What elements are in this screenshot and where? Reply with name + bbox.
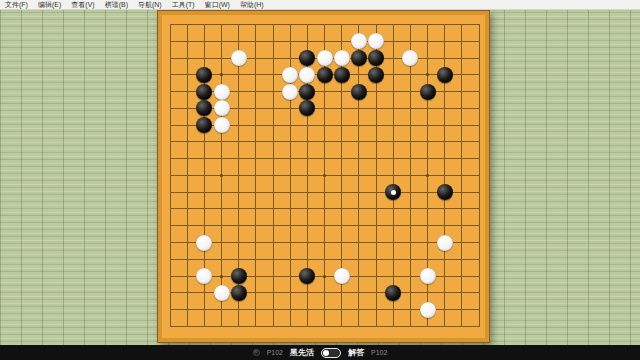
white-stone xyxy=(368,33,384,49)
grid-line xyxy=(358,24,359,327)
white-stone xyxy=(214,285,230,301)
white-stone xyxy=(420,268,436,284)
bottom-bar: P102 黑先活 解答 P102 xyxy=(0,345,640,360)
black-stone xyxy=(299,100,315,116)
black-stone xyxy=(196,117,212,133)
white-stone xyxy=(437,235,453,251)
black-stone xyxy=(299,268,315,284)
black-stone xyxy=(385,285,401,301)
grid-line xyxy=(170,242,480,243)
star-point xyxy=(426,73,429,76)
grid-line xyxy=(170,192,480,193)
white-stone xyxy=(334,50,350,66)
grid-line xyxy=(461,24,462,327)
menu-item-4[interactable]: 导航(N) xyxy=(133,0,167,9)
menu-item-6[interactable]: 窗口(W) xyxy=(200,0,235,9)
white-stone xyxy=(214,100,230,116)
white-stone xyxy=(402,50,418,66)
star-point xyxy=(426,174,429,177)
last-move-marker xyxy=(391,190,396,195)
star-point xyxy=(323,174,326,177)
white-stone xyxy=(420,302,436,318)
star-point xyxy=(323,275,326,278)
black-stone xyxy=(196,100,212,116)
black-stone xyxy=(351,84,367,100)
grid-line xyxy=(170,225,480,226)
black-stone xyxy=(196,84,212,100)
black-stone xyxy=(196,67,212,83)
grid-line xyxy=(170,208,480,209)
star-point xyxy=(220,275,223,278)
menu-item-7[interactable]: 帮助(H) xyxy=(235,0,269,9)
star-point xyxy=(220,73,223,76)
white-stone xyxy=(231,50,247,66)
white-stone xyxy=(214,84,230,100)
menu-item-3[interactable]: 棋谱(B) xyxy=(100,0,133,9)
black-stone xyxy=(368,67,384,83)
left-code: P102 xyxy=(267,349,283,356)
white-stone xyxy=(214,117,230,133)
white-stone xyxy=(299,67,315,83)
menu-item-5[interactable]: 工具(T) xyxy=(167,0,200,9)
black-stone xyxy=(231,268,247,284)
black-stone xyxy=(299,84,315,100)
grid-line xyxy=(410,24,411,327)
black-stone-icon xyxy=(253,349,260,356)
black-stone xyxy=(385,184,401,200)
white-stone xyxy=(196,235,212,251)
right-code: P102 xyxy=(371,349,387,356)
menu-item-0[interactable]: 文件(F) xyxy=(0,0,33,9)
menu-bar: 文件(F)编辑(E)查看(V)棋谱(B)导航(N)工具(T)窗口(W)帮助(H) xyxy=(0,0,640,10)
grid-line xyxy=(170,259,480,260)
problem-label: 黑先活 xyxy=(290,347,314,358)
toggle-switch[interactable] xyxy=(321,348,341,358)
grid-line xyxy=(393,24,394,327)
white-stone xyxy=(196,268,212,284)
black-stone xyxy=(299,50,315,66)
black-stone xyxy=(437,67,453,83)
grid-line xyxy=(170,326,480,327)
black-stone xyxy=(437,184,453,200)
menu-item-1[interactable]: 编辑(E) xyxy=(33,0,66,9)
black-stone xyxy=(317,67,333,83)
answer-label: 解答 xyxy=(348,347,364,358)
black-stone xyxy=(420,84,436,100)
menu-item-2[interactable]: 查看(V) xyxy=(66,0,99,9)
black-stone xyxy=(334,67,350,83)
white-stone xyxy=(351,33,367,49)
go-board[interactable] xyxy=(157,10,490,343)
white-stone xyxy=(317,50,333,66)
toggle-knob xyxy=(323,350,329,356)
grid-line xyxy=(479,24,480,327)
white-stone xyxy=(334,268,350,284)
star-point xyxy=(220,174,223,177)
black-stone xyxy=(351,50,367,66)
black-stone xyxy=(368,50,384,66)
white-stone xyxy=(282,67,298,83)
black-stone xyxy=(231,285,247,301)
white-stone xyxy=(282,84,298,100)
